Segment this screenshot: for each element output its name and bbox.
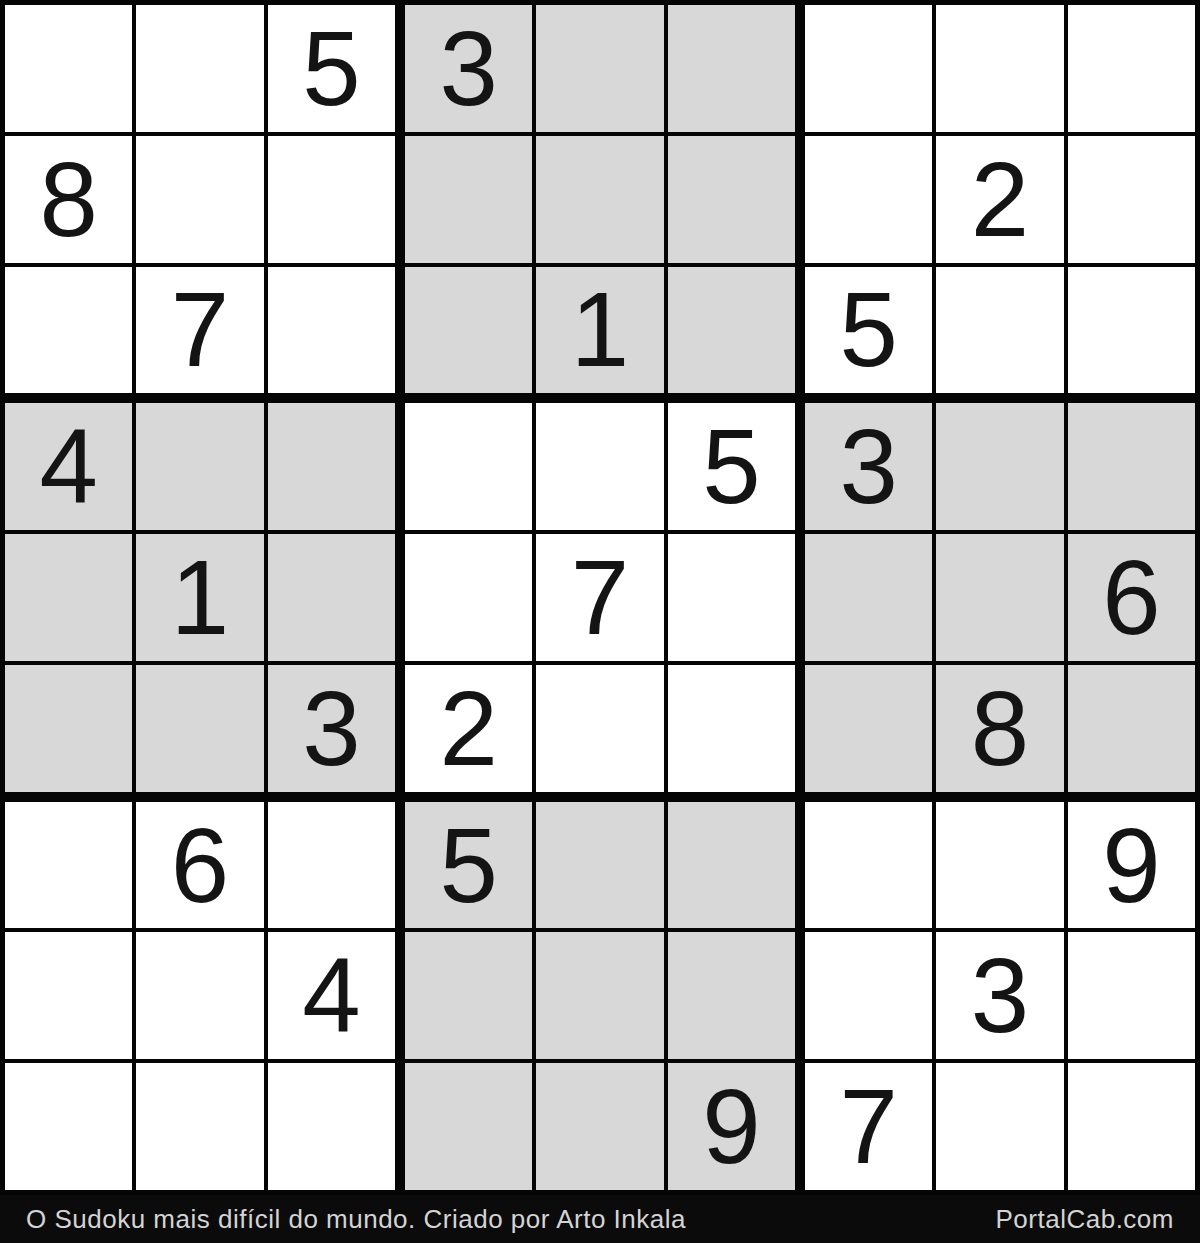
box-4: 413 <box>5 403 395 791</box>
cell-r7c9[interactable]: 9 <box>1068 802 1195 929</box>
cell-r7c8[interactable] <box>936 802 1063 929</box>
cell-r8c3[interactable]: 4 <box>268 932 395 1059</box>
cell-r4c9[interactable] <box>1068 403 1195 530</box>
sudoku-board: 58731254135723686459937 <box>0 0 1200 1195</box>
cell-r1c4[interactable]: 3 <box>405 5 532 132</box>
cell-r6c2[interactable] <box>136 665 263 792</box>
cell-r7c1[interactable] <box>5 802 132 929</box>
cell-r3c6[interactable] <box>668 267 795 394</box>
cell-r8c9[interactable] <box>1068 932 1195 1059</box>
cell-r6c3[interactable]: 3 <box>268 665 395 792</box>
cell-r8c4[interactable] <box>405 932 532 1059</box>
cell-r5c7[interactable] <box>805 534 932 661</box>
box-8: 59 <box>405 802 795 1190</box>
cell-r6c1[interactable] <box>5 665 132 792</box>
cell-r1c9[interactable] <box>1068 5 1195 132</box>
cell-r1c7[interactable] <box>805 5 932 132</box>
cell-r5c5[interactable]: 7 <box>536 534 663 661</box>
cell-r1c1[interactable] <box>5 5 132 132</box>
cell-r3c8[interactable] <box>936 267 1063 394</box>
cell-r8c2[interactable] <box>136 932 263 1059</box>
cell-r3c7[interactable]: 5 <box>805 267 932 394</box>
cell-r7c5[interactable] <box>536 802 663 929</box>
cell-r8c1[interactable] <box>5 932 132 1059</box>
box-2: 31 <box>405 5 795 393</box>
box-6: 368 <box>805 403 1195 791</box>
cell-r6c8[interactable]: 8 <box>936 665 1063 792</box>
cell-r4c3[interactable] <box>268 403 395 530</box>
box-1: 587 <box>5 5 395 393</box>
cell-r8c7[interactable] <box>805 932 932 1059</box>
cell-r2c1[interactable]: 8 <box>5 136 132 263</box>
cell-r4c6[interactable]: 5 <box>668 403 795 530</box>
cell-r3c9[interactable] <box>1068 267 1195 394</box>
cell-r6c7[interactable] <box>805 665 932 792</box>
cell-r4c4[interactable] <box>405 403 532 530</box>
cell-r9c1[interactable] <box>5 1063 132 1190</box>
box-3: 25 <box>805 5 1195 393</box>
cell-r4c8[interactable] <box>936 403 1063 530</box>
cell-r2c7[interactable] <box>805 136 932 263</box>
cell-r3c5[interactable]: 1 <box>536 267 663 394</box>
cell-r1c2[interactable] <box>136 5 263 132</box>
cell-r4c5[interactable] <box>536 403 663 530</box>
cell-r2c4[interactable] <box>405 136 532 263</box>
cell-r3c4[interactable] <box>405 267 532 394</box>
cell-r7c7[interactable] <box>805 802 932 929</box>
cell-r6c6[interactable] <box>668 665 795 792</box>
cell-r6c9[interactable] <box>1068 665 1195 792</box>
cell-r3c3[interactable] <box>268 267 395 394</box>
cell-r3c2[interactable]: 7 <box>136 267 263 394</box>
cell-r9c2[interactable] <box>136 1063 263 1190</box>
cell-r8c6[interactable] <box>668 932 795 1059</box>
cell-r2c3[interactable] <box>268 136 395 263</box>
cell-r2c6[interactable] <box>668 136 795 263</box>
cell-r7c2[interactable]: 6 <box>136 802 263 929</box>
box-5: 572 <box>405 403 795 791</box>
cell-r5c9[interactable]: 6 <box>1068 534 1195 661</box>
cell-r5c4[interactable] <box>405 534 532 661</box>
cell-r3c1[interactable] <box>5 267 132 394</box>
cell-r6c5[interactable] <box>536 665 663 792</box>
box-7: 64 <box>5 802 395 1190</box>
cell-r2c2[interactable] <box>136 136 263 263</box>
cell-r9c4[interactable] <box>405 1063 532 1190</box>
cell-r9c3[interactable] <box>268 1063 395 1190</box>
cell-r9c6[interactable]: 9 <box>668 1063 795 1190</box>
cell-r4c2[interactable] <box>136 403 263 530</box>
cell-r7c6[interactable] <box>668 802 795 929</box>
cell-r1c6[interactable] <box>668 5 795 132</box>
cell-r4c7[interactable]: 3 <box>805 403 932 530</box>
sudoku-page: 58731254135723686459937 O Sudoku mais di… <box>0 0 1200 1243</box>
footer-brand-link[interactable]: PortalCab.com <box>996 1204 1174 1235</box>
cell-r1c3[interactable]: 5 <box>268 5 395 132</box>
cell-r2c5[interactable] <box>536 136 663 263</box>
footer-caption: O Sudoku mais difícil do mundo. Criado p… <box>26 1204 686 1235</box>
cell-r6c4[interactable]: 2 <box>405 665 532 792</box>
cell-r5c8[interactable] <box>936 534 1063 661</box>
cell-r2c8[interactable]: 2 <box>936 136 1063 263</box>
cell-r5c6[interactable] <box>668 534 795 661</box>
cell-r9c7[interactable]: 7 <box>805 1063 932 1190</box>
cell-r9c8[interactable] <box>936 1063 1063 1190</box>
cell-r4c1[interactable]: 4 <box>5 403 132 530</box>
cell-r2c9[interactable] <box>1068 136 1195 263</box>
cell-r9c5[interactable] <box>536 1063 663 1190</box>
cell-r5c3[interactable] <box>268 534 395 661</box>
cell-r8c5[interactable] <box>536 932 663 1059</box>
cell-r9c9[interactable] <box>1068 1063 1195 1190</box>
cell-r5c2[interactable]: 1 <box>136 534 263 661</box>
cell-r1c8[interactable] <box>936 5 1063 132</box>
box-9: 937 <box>805 802 1195 1190</box>
footer-bar: O Sudoku mais difícil do mundo. Criado p… <box>0 1195 1200 1243</box>
cell-r7c4[interactable]: 5 <box>405 802 532 929</box>
cell-r8c8[interactable]: 3 <box>936 932 1063 1059</box>
cell-r7c3[interactable] <box>268 802 395 929</box>
cell-r1c5[interactable] <box>536 5 663 132</box>
cell-r5c1[interactable] <box>5 534 132 661</box>
